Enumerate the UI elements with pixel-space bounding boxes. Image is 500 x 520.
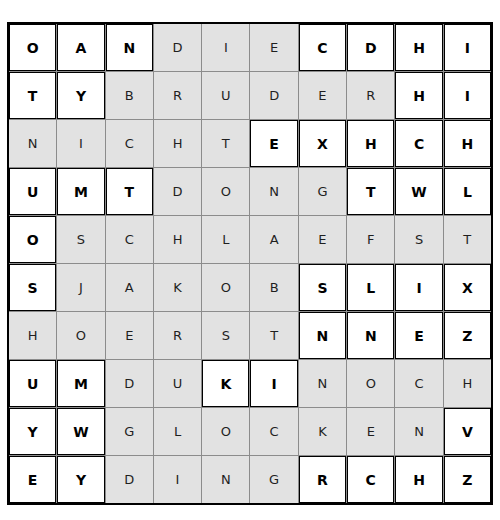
cell-r5c3[interactable]: C [106, 216, 153, 263]
cell-r2c3[interactable]: B [106, 72, 153, 119]
cell-r10c8[interactable]: C [347, 456, 394, 503]
cell-r4c8[interactable]: T [347, 168, 394, 215]
cell-r1c1[interactable]: O [9, 24, 56, 71]
cell-r9c7[interactable]: K [299, 408, 346, 455]
cell-r1c7[interactable]: C [299, 24, 346, 71]
cell-r7c1[interactable]: H [9, 312, 56, 359]
cell-r9c1[interactable]: Y [9, 408, 56, 455]
cell-r10c5[interactable]: N [202, 456, 249, 503]
cell-r4c3[interactable]: T [106, 168, 153, 215]
cell-r1c6[interactable]: E [250, 24, 297, 71]
cell-r5c4[interactable]: H [154, 216, 201, 263]
cell-r4c1[interactable]: U [9, 168, 56, 215]
cell-r8c1[interactable]: U [9, 360, 56, 407]
cell-r9c4[interactable]: L [154, 408, 201, 455]
cell-r8c4[interactable]: U [154, 360, 201, 407]
cell-r10c7[interactable]: R [299, 456, 346, 503]
cell-r5c1[interactable]: O [9, 216, 56, 263]
cell-r2c8[interactable]: R [347, 72, 394, 119]
cell-r8c3[interactable]: D [106, 360, 153, 407]
cell-r2c10[interactable]: I [444, 72, 491, 119]
cell-r2c5[interactable]: U [202, 72, 249, 119]
cell-r7c4[interactable]: R [154, 312, 201, 359]
cell-r8c5[interactable]: K [202, 360, 249, 407]
cell-r3c1[interactable]: N [9, 120, 56, 167]
cell-r4c10[interactable]: L [444, 168, 491, 215]
cell-r7c9[interactable]: E [395, 312, 442, 359]
cell-r8c2[interactable]: M [57, 360, 104, 407]
cell-r4c2[interactable]: M [57, 168, 104, 215]
cell-r3c5[interactable]: T [202, 120, 249, 167]
cell-r10c10[interactable]: Z [444, 456, 491, 503]
cell-r5c9[interactable]: S [395, 216, 442, 263]
cell-r3c7[interactable]: X [299, 120, 346, 167]
cell-r10c2[interactable]: Y [57, 456, 104, 503]
cell-r10c4[interactable]: I [154, 456, 201, 503]
cell-r4c7[interactable]: G [299, 168, 346, 215]
cell-r5c6[interactable]: A [250, 216, 297, 263]
cell-r3c4[interactable]: H [154, 120, 201, 167]
cell-r7c3[interactable]: E [106, 312, 153, 359]
cell-r7c10[interactable]: Z [444, 312, 491, 359]
cell-r10c1[interactable]: E [9, 456, 56, 503]
cell-r5c2[interactable]: S [57, 216, 104, 263]
cell-r3c3[interactable]: C [106, 120, 153, 167]
cell-r2c7[interactable]: E [299, 72, 346, 119]
cell-r1c4[interactable]: D [154, 24, 201, 71]
cell-r7c2[interactable]: O [57, 312, 104, 359]
cell-r6c5[interactable]: O [202, 264, 249, 311]
cell-r4c4[interactable]: D [154, 168, 201, 215]
cell-r9c8[interactable]: E [347, 408, 394, 455]
cell-r5c8[interactable]: F [347, 216, 394, 263]
cell-r10c6[interactable]: G [250, 456, 297, 503]
cell-r7c6[interactable]: T [250, 312, 297, 359]
cell-r8c8[interactable]: O [347, 360, 394, 407]
cell-r6c6[interactable]: B [250, 264, 297, 311]
cell-r7c8[interactable]: N [347, 312, 394, 359]
cell-r10c3[interactable]: D [106, 456, 153, 503]
cell-r7c7[interactable]: N [299, 312, 346, 359]
page: { "game": "word-search", "position": "OA… [0, 0, 500, 520]
cell-r1c2[interactable]: A [57, 24, 104, 71]
cell-r6c7[interactable]: S [299, 264, 346, 311]
cell-r5c5[interactable]: L [202, 216, 249, 263]
cell-r9c3[interactable]: G [106, 408, 153, 455]
cell-r5c10[interactable]: T [444, 216, 491, 263]
cell-r6c8[interactable]: L [347, 264, 394, 311]
cell-r6c4[interactable]: K [154, 264, 201, 311]
cell-r2c9[interactable]: H [395, 72, 442, 119]
cell-r9c5[interactable]: O [202, 408, 249, 455]
cell-r1c5[interactable]: I [202, 24, 249, 71]
cell-r4c6[interactable]: N [250, 168, 297, 215]
cell-r3c6[interactable]: E [250, 120, 297, 167]
cell-r3c10[interactable]: H [444, 120, 491, 167]
cell-r9c9[interactable]: N [395, 408, 442, 455]
cell-r8c7[interactable]: N [299, 360, 346, 407]
cell-r6c10[interactable]: X [444, 264, 491, 311]
cell-r3c9[interactable]: C [395, 120, 442, 167]
cell-r2c2[interactable]: Y [57, 72, 104, 119]
cell-r7c5[interactable]: S [202, 312, 249, 359]
cell-r1c8[interactable]: D [347, 24, 394, 71]
cell-r8c9[interactable]: C [395, 360, 442, 407]
cell-r4c9[interactable]: W [395, 168, 442, 215]
cell-r3c8[interactable]: H [347, 120, 394, 167]
cell-r10c9[interactable]: H [395, 456, 442, 503]
cell-r6c3[interactable]: A [106, 264, 153, 311]
cell-r1c9[interactable]: H [395, 24, 442, 71]
cell-r6c9[interactable]: I [395, 264, 442, 311]
cell-r9c10[interactable]: V [444, 408, 491, 455]
cell-r8c10[interactable]: H [444, 360, 491, 407]
cell-r2c1[interactable]: T [9, 72, 56, 119]
cell-r9c6[interactable]: C [250, 408, 297, 455]
cell-r8c6[interactable]: I [250, 360, 297, 407]
cell-r6c2[interactable]: J [57, 264, 104, 311]
cell-r1c10[interactable]: I [444, 24, 491, 71]
cell-r3c2[interactable]: I [57, 120, 104, 167]
cell-r9c2[interactable]: W [57, 408, 104, 455]
cell-r6c1[interactable]: S [9, 264, 56, 311]
wordsearch-board: OANDIECDHITYBRUDERHINICHTEXHCHUMTDONGTWL… [7, 22, 493, 505]
cell-r2c4[interactable]: R [154, 72, 201, 119]
cell-r4c5[interactable]: O [202, 168, 249, 215]
cell-r1c3[interactable]: N [106, 24, 153, 71]
cell-r2c6[interactable]: D [250, 72, 297, 119]
cell-r5c7[interactable]: E [299, 216, 346, 263]
